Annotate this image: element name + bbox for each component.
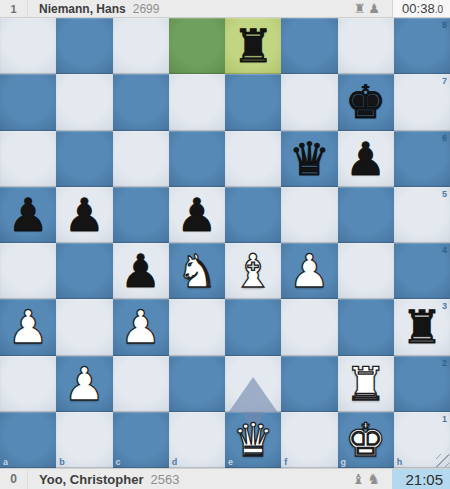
square-h5[interactable]: 5 xyxy=(394,187,450,243)
bottom-player-clock: 21:05 xyxy=(392,469,450,489)
top-clock-main: 00:38 xyxy=(402,1,435,16)
square-c7[interactable] xyxy=(113,74,169,130)
square-a2[interactable] xyxy=(0,356,56,412)
square-h7[interactable]: 7 xyxy=(394,74,450,130)
square-e2[interactable] xyxy=(225,356,281,412)
square-h4[interactable]: 4 xyxy=(394,243,450,299)
square-e6[interactable] xyxy=(225,131,281,187)
top-player-bar: 1 Niemann, Hans 2699 ♜ ♟ 00:38.0 xyxy=(0,0,450,18)
bottom-player-rating: 2563 xyxy=(150,472,179,487)
square-e8[interactable]: ♜ xyxy=(225,18,281,74)
piece-white-rook[interactable]: ♜ xyxy=(345,361,386,407)
piece-white-king[interactable]: ♚ xyxy=(345,417,386,463)
square-h3[interactable]: ♜3 xyxy=(394,299,450,355)
square-a5[interactable]: ♟ xyxy=(0,187,56,243)
square-c1[interactable]: c xyxy=(113,412,169,468)
square-c3[interactable]: ♟ xyxy=(113,299,169,355)
piece-white-bishop[interactable]: ♝ xyxy=(233,248,274,294)
piece-black-pawn[interactable]: ♟ xyxy=(120,248,161,294)
square-g6[interactable]: ♟ xyxy=(338,131,394,187)
top-player-clock: 00:38.0 xyxy=(392,0,450,17)
captured-pawn-icon: ♟ xyxy=(368,1,380,16)
square-f3[interactable] xyxy=(281,299,337,355)
square-g1[interactable]: ♚g xyxy=(338,412,394,468)
top-player-name: Niemann, Hans xyxy=(39,2,126,16)
file-label-h: h xyxy=(397,457,403,467)
file-label-g: g xyxy=(341,457,347,467)
square-h6[interactable]: 6 xyxy=(394,131,450,187)
square-c4[interactable]: ♟ xyxy=(113,243,169,299)
piece-white-pawn[interactable]: ♟ xyxy=(64,361,105,407)
resize-grip[interactable] xyxy=(436,454,449,467)
bottom-player-name: Yoo, Christopher xyxy=(39,472,143,487)
piece-black-pawn[interactable]: ♟ xyxy=(345,136,386,182)
square-g2[interactable]: ♜ xyxy=(338,356,394,412)
piece-white-knight[interactable]: ♞ xyxy=(176,248,217,294)
square-e5[interactable] xyxy=(225,187,281,243)
bottom-player-bar: 0 Yoo, Christopher 2563 ♝ ♞ 21:05 xyxy=(0,468,450,489)
file-label-e: e xyxy=(228,457,233,467)
rank-label-4: 4 xyxy=(442,245,447,255)
square-a4[interactable] xyxy=(0,243,56,299)
square-d8[interactable] xyxy=(169,18,225,74)
square-d7[interactable] xyxy=(169,74,225,130)
piece-black-king[interactable]: ♚ xyxy=(345,79,386,125)
piece-black-pawn[interactable]: ♟ xyxy=(64,192,105,238)
piece-white-queen[interactable]: ♛ xyxy=(233,417,274,463)
piece-white-pawn[interactable]: ♟ xyxy=(8,304,49,350)
piece-white-pawn[interactable]: ♟ xyxy=(289,248,330,294)
captured-rook-icon: ♜ xyxy=(354,1,366,16)
square-g8[interactable] xyxy=(338,18,394,74)
rank-label-2: 2 xyxy=(442,358,447,368)
square-h2[interactable]: 2 xyxy=(394,356,450,412)
square-b4[interactable] xyxy=(56,243,112,299)
rank-label-3: 3 xyxy=(442,301,447,311)
square-e1[interactable]: ♛e xyxy=(225,412,281,468)
square-a1[interactable]: a xyxy=(0,412,56,468)
square-f1[interactable]: f xyxy=(281,412,337,468)
square-d5[interactable]: ♟ xyxy=(169,187,225,243)
square-b3[interactable] xyxy=(56,299,112,355)
square-a8[interactable] xyxy=(0,18,56,74)
square-e7[interactable] xyxy=(225,74,281,130)
rank-label-1: 1 xyxy=(442,414,447,424)
square-f7[interactable] xyxy=(281,74,337,130)
rank-label-6: 6 xyxy=(442,133,447,143)
hint-arrow-head xyxy=(225,356,281,412)
square-c5[interactable] xyxy=(113,187,169,243)
rank-label-8: 8 xyxy=(442,20,447,30)
square-b5[interactable]: ♟ xyxy=(56,187,112,243)
file-label-b: b xyxy=(59,457,65,467)
square-d1[interactable]: d xyxy=(169,412,225,468)
square-c6[interactable] xyxy=(113,131,169,187)
piece-black-queen[interactable]: ♛ xyxy=(289,136,330,182)
bottom-player-score: 0 xyxy=(0,469,28,489)
file-label-a: a xyxy=(3,457,8,467)
square-g5[interactable] xyxy=(338,187,394,243)
bottom-captured-pieces: ♝ ♞ xyxy=(352,471,380,487)
rank-label-5: 5 xyxy=(442,189,447,199)
square-g3[interactable] xyxy=(338,299,394,355)
square-f2[interactable] xyxy=(281,356,337,412)
file-label-c: c xyxy=(116,457,121,467)
piece-white-pawn[interactable]: ♟ xyxy=(120,304,161,350)
board[interactable]: ♜8♚7♛♟6♟♟♟5♟♞♝♟4♟♟♜3♟♜2abcd♛ef♚g1h xyxy=(0,18,450,468)
square-d6[interactable] xyxy=(169,131,225,187)
square-b6[interactable] xyxy=(56,131,112,187)
square-h8[interactable]: 8 xyxy=(394,18,450,74)
chess-app: 1 Niemann, Hans 2699 ♜ ♟ 00:38.0 ♜8♚7♛♟6… xyxy=(0,0,450,489)
square-c8[interactable] xyxy=(113,18,169,74)
top-player-rating: 2699 xyxy=(133,2,160,16)
file-label-d: d xyxy=(172,457,178,467)
piece-black-rook[interactable]: ♜ xyxy=(233,23,274,69)
square-c2[interactable] xyxy=(113,356,169,412)
square-h1[interactable]: 1h xyxy=(394,412,450,468)
square-b2[interactable]: ♟ xyxy=(56,356,112,412)
square-g4[interactable] xyxy=(338,243,394,299)
square-g7[interactable]: ♚ xyxy=(338,74,394,130)
square-b7[interactable] xyxy=(56,74,112,130)
piece-black-rook[interactable]: ♜ xyxy=(401,304,442,350)
rank-label-7: 7 xyxy=(442,76,447,86)
file-label-f: f xyxy=(284,457,287,467)
square-d2[interactable] xyxy=(169,356,225,412)
square-e3[interactable] xyxy=(225,299,281,355)
captured-bishop-icon: ♝ xyxy=(352,471,365,487)
captured-knight-icon: ♞ xyxy=(367,471,380,487)
piece-black-pawn[interactable]: ♟ xyxy=(176,192,217,238)
piece-black-pawn[interactable]: ♟ xyxy=(8,192,49,238)
top-clock-tenths: .0 xyxy=(435,4,443,15)
square-b1[interactable]: b xyxy=(56,412,112,468)
square-d4[interactable]: ♞ xyxy=(169,243,225,299)
square-d3[interactable] xyxy=(169,299,225,355)
square-f6[interactable]: ♛ xyxy=(281,131,337,187)
top-captured-pieces: ♜ ♟ xyxy=(354,1,380,16)
square-f4[interactable]: ♟ xyxy=(281,243,337,299)
square-a6[interactable] xyxy=(0,131,56,187)
top-player-score: 1 xyxy=(0,0,28,17)
square-b8[interactable] xyxy=(56,18,112,74)
square-f5[interactable] xyxy=(281,187,337,243)
square-f8[interactable] xyxy=(281,18,337,74)
square-a3[interactable]: ♟ xyxy=(0,299,56,355)
square-e4[interactable]: ♝ xyxy=(225,243,281,299)
square-a7[interactable] xyxy=(0,74,56,130)
